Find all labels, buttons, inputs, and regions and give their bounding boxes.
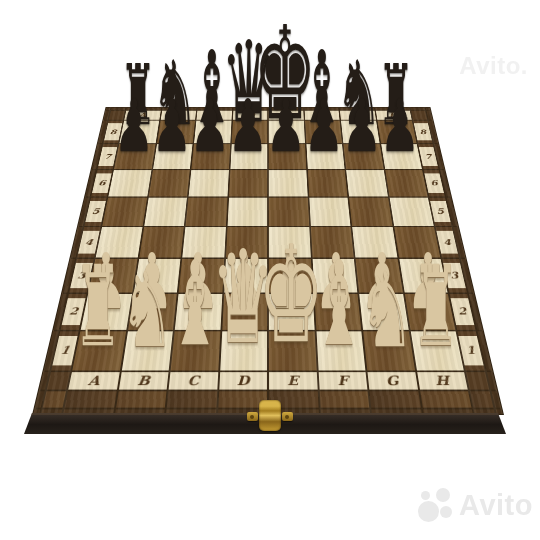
square-f1 [316, 331, 365, 370]
square-g7 [344, 144, 384, 169]
watermark-avito-logo: Avito [418, 487, 533, 523]
clasp-right-wing [282, 412, 293, 421]
file-label-g: G [340, 111, 376, 120]
square-a8 [119, 121, 158, 144]
frame-corner [109, 111, 125, 120]
avito-logo-icon [418, 487, 454, 523]
file-label-f: F [304, 111, 339, 120]
frame-edge [126, 107, 161, 109]
frame-edge [426, 107, 431, 109]
square-d2 [222, 294, 267, 330]
product-photo-scene: ABCDEFGH8877665544332211ABCDEFGH ♜♞♝♛♚♝♞… [0, 0, 540, 540]
square-f5 [309, 197, 351, 225]
square-h4 [394, 227, 440, 258]
square-e1 [269, 331, 316, 370]
frame-edge [198, 107, 232, 109]
square-a4 [96, 227, 142, 258]
frame-front-tile [65, 391, 117, 407]
brass-clasp-icon [247, 400, 293, 431]
frame-front-tile [167, 391, 217, 407]
frame-edge [233, 107, 267, 109]
square-c1 [171, 331, 220, 370]
file-label-c: C [197, 111, 232, 120]
square-b4 [139, 227, 184, 258]
square-g4 [352, 227, 397, 258]
square-b2 [128, 294, 177, 330]
square-g6 [346, 170, 387, 196]
square-f6 [307, 170, 347, 196]
frame-corner [411, 111, 427, 120]
frame-corner [47, 372, 70, 389]
square-a3 [89, 259, 138, 292]
file-label-f: F [318, 372, 367, 389]
square-c6 [189, 170, 229, 196]
square-a1 [72, 331, 125, 370]
square-h2 [404, 294, 455, 330]
square-d8 [231, 121, 267, 144]
frame-edge [492, 391, 502, 407]
frame-front-tile [470, 391, 493, 407]
square-c8 [194, 121, 231, 144]
frame-edge [411, 107, 425, 109]
frame-corner [466, 372, 489, 389]
square-g3 [356, 259, 403, 292]
square-c3 [179, 259, 224, 292]
square-d3 [224, 259, 267, 292]
file-label-d: D [233, 111, 268, 120]
frame-edge [111, 107, 125, 109]
frame-front-tile [370, 391, 421, 407]
watermark-avito-logo-text: Avito [459, 489, 533, 522]
square-h6 [385, 170, 428, 196]
square-h8 [377, 121, 416, 144]
square-e4 [269, 227, 311, 258]
frame-edge [375, 107, 410, 109]
square-f4 [311, 227, 354, 258]
square-f2 [314, 294, 361, 330]
square-h5 [389, 197, 433, 225]
square-f3 [312, 259, 357, 292]
file-label-a: A [124, 111, 160, 120]
square-d6 [229, 170, 268, 196]
frame-front-tile [43, 391, 66, 407]
square-b6 [148, 170, 189, 196]
square-h7 [381, 144, 422, 169]
square-b5 [144, 197, 187, 225]
square-a2 [81, 294, 132, 330]
square-b3 [134, 259, 181, 292]
square-e2 [269, 294, 314, 330]
square-f8 [305, 121, 342, 144]
square-c7 [191, 144, 229, 169]
file-label-b: B [160, 111, 196, 120]
frame-edge [106, 107, 111, 109]
square-e5 [269, 197, 309, 225]
square-a7 [114, 144, 155, 169]
square-b7 [153, 144, 193, 169]
square-b8 [157, 121, 195, 144]
square-c4 [182, 227, 225, 258]
clasp-left-wing [247, 412, 258, 421]
square-d1 [220, 331, 267, 370]
frame-edge [269, 107, 303, 109]
frame-edge [340, 107, 374, 109]
square-c5 [186, 197, 228, 225]
frame-front-tile [116, 391, 167, 407]
square-e7 [269, 144, 306, 169]
square-e8 [269, 121, 305, 144]
square-d4 [226, 227, 268, 258]
chessboard: ABCDEFGH8877665544332211ABCDEFGH [32, 107, 504, 415]
file-label-e: E [269, 372, 317, 389]
frame-edge [162, 107, 196, 109]
square-g5 [349, 197, 392, 225]
square-a6 [108, 170, 151, 196]
square-f7 [306, 144, 344, 169]
square-h3 [399, 259, 448, 292]
frame-edge [304, 107, 338, 109]
square-g1 [363, 331, 414, 370]
square-d5 [227, 197, 267, 225]
file-label-h: H [417, 372, 468, 389]
square-g2 [359, 294, 408, 330]
square-d7 [230, 144, 267, 169]
square-h1 [410, 331, 463, 370]
file-label-c: C [169, 372, 218, 389]
square-a5 [102, 197, 146, 225]
file-label-e: E [269, 111, 304, 120]
watermark-avito-text: Avito. [459, 52, 528, 80]
square-b1 [121, 331, 172, 370]
file-label-g: G [367, 372, 417, 389]
clasp-body [259, 400, 281, 431]
frame-front-tile [420, 391, 472, 407]
file-label-h: H [376, 111, 412, 120]
square-c2 [175, 294, 222, 330]
square-g8 [341, 121, 379, 144]
square-e6 [269, 170, 308, 196]
square-e3 [269, 259, 312, 292]
file-label-a: A [68, 372, 119, 389]
frame-front-tile [319, 391, 369, 407]
frame-edge [426, 111, 432, 120]
file-label-d: D [219, 372, 267, 389]
file-label-b: B [118, 372, 168, 389]
